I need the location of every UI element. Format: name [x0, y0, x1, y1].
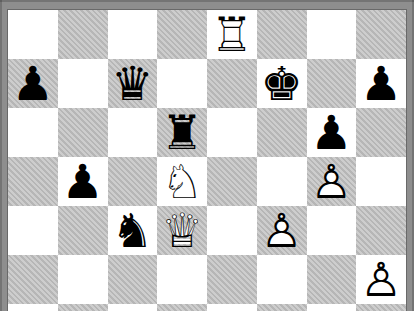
- white-pawn-h3-fill: ♟: [356, 255, 406, 304]
- square-c5: [108, 157, 158, 206]
- white-pawn-f4: ♙: [257, 206, 307, 255]
- square-f7: ♚: [257, 59, 307, 108]
- square-h4: [356, 206, 406, 255]
- white-queen-d4: ♕: [157, 206, 207, 255]
- black-rook-d6: ♜: [157, 108, 207, 157]
- square-b2: [58, 304, 108, 311]
- square-f8: [257, 10, 307, 59]
- square-e8: ♜♖: [207, 10, 257, 59]
- square-b7: [58, 59, 108, 108]
- white-knight-d5: ♘: [157, 157, 207, 206]
- white-pawn-f4-fill: ♟: [257, 206, 307, 255]
- square-c7: ♛: [108, 59, 158, 108]
- white-pawn-h3: ♙: [356, 255, 406, 304]
- square-g8: [307, 10, 357, 59]
- square-h8: [356, 10, 406, 59]
- square-f2: [257, 304, 307, 311]
- square-d2: [157, 304, 207, 311]
- black-knight-c4: ♞: [108, 206, 158, 255]
- white-pawn-g5-fill: ♟: [307, 157, 357, 206]
- square-f6: [257, 108, 307, 157]
- square-e4: [207, 206, 257, 255]
- black-pawn-a7: ♟: [8, 59, 58, 108]
- square-a5: [8, 157, 58, 206]
- black-pawn-b5: ♟: [58, 157, 108, 206]
- square-d8: [157, 10, 207, 59]
- white-rook-e8: ♖: [207, 10, 257, 59]
- chess-diagram: ♜♖♟♛♚♟♜♟♟♞♘♟♙♞♛♕♟♙♟♙: [0, 0, 414, 311]
- square-a2: [8, 304, 58, 311]
- square-f3: [257, 255, 307, 304]
- square-g2: [307, 304, 357, 311]
- square-e6: [207, 108, 257, 157]
- square-h5: [356, 157, 406, 206]
- white-queen-d4-fill: ♛: [157, 206, 207, 255]
- square-d7: [157, 59, 207, 108]
- square-e2: [207, 304, 257, 311]
- square-b5: ♟: [58, 157, 108, 206]
- square-b4: [58, 206, 108, 255]
- square-d4: ♛♕: [157, 206, 207, 255]
- square-d5: ♞♘: [157, 157, 207, 206]
- square-e5: [207, 157, 257, 206]
- white-knight-d5-fill: ♞: [157, 157, 207, 206]
- chess-board: ♜♖♟♛♚♟♜♟♟♞♘♟♙♞♛♕♟♙♟♙: [8, 10, 406, 311]
- square-c4: ♞: [108, 206, 158, 255]
- black-pawn-h7: ♟: [356, 59, 406, 108]
- square-e3: [207, 255, 257, 304]
- square-d3: [157, 255, 207, 304]
- square-g7: [307, 59, 357, 108]
- square-g6: ♟: [307, 108, 357, 157]
- square-a7: ♟: [8, 59, 58, 108]
- square-h7: ♟: [356, 59, 406, 108]
- square-e7: [207, 59, 257, 108]
- square-c3: [108, 255, 158, 304]
- white-pawn-g5: ♙: [307, 157, 357, 206]
- square-g5: ♟♙: [307, 157, 357, 206]
- square-c6: [108, 108, 158, 157]
- black-queen-c7: ♛: [108, 59, 158, 108]
- black-pawn-g6: ♟: [307, 108, 357, 157]
- square-h2: [356, 304, 406, 311]
- square-b3: [58, 255, 108, 304]
- square-d6: ♜: [157, 108, 207, 157]
- square-f4: ♟♙: [257, 206, 307, 255]
- square-h3: ♟♙: [356, 255, 406, 304]
- square-f5: [257, 157, 307, 206]
- square-b6: [58, 108, 108, 157]
- square-g4: [307, 206, 357, 255]
- board-frame: ♜♖♟♛♚♟♜♟♟♞♘♟♙♞♛♕♟♙♟♙: [8, 10, 406, 311]
- square-b8: [58, 10, 108, 59]
- square-c8: [108, 10, 158, 59]
- square-c2: [108, 304, 158, 311]
- square-a6: [8, 108, 58, 157]
- white-rook-e8-fill: ♜: [207, 10, 257, 59]
- square-a3: [8, 255, 58, 304]
- square-a4: [8, 206, 58, 255]
- square-a8: [8, 10, 58, 59]
- square-h6: [356, 108, 406, 157]
- square-g3: [307, 255, 357, 304]
- black-king-f7: ♚: [257, 59, 307, 108]
